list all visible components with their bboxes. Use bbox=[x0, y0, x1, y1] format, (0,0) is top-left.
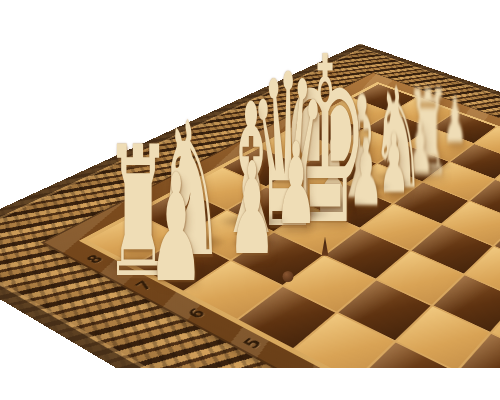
photo-crop-band bbox=[0, 368, 500, 400]
chess-set-photo: 8765 ♟♜♟♞♟♝♟♟♚♛♟♝♞♟♜♟ bbox=[0, 0, 500, 400]
pawn-glyph: ♟ bbox=[228, 145, 276, 272]
pawn-glyph: ♟ bbox=[148, 155, 204, 304]
pieces-layer: ♟♜♟♞♟♝♟♟♚♛♟♝♞♟♜♟ bbox=[0, 0, 500, 400]
